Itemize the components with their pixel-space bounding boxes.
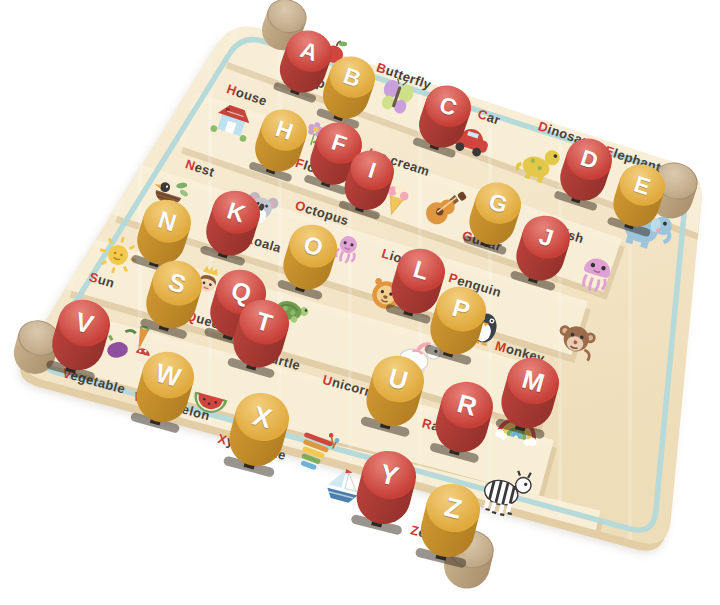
knob-letter: D (577, 144, 601, 175)
knob-letter: H (272, 115, 296, 146)
knob-letter: W (152, 357, 184, 393)
knob-letter: R (454, 388, 480, 423)
knob-letter: I (365, 157, 379, 184)
knob-letter: O (300, 230, 326, 263)
knob-letter: J (536, 221, 557, 252)
knob-letter: C (436, 91, 461, 122)
knob-letter: K (224, 196, 249, 228)
knob-letter: A (297, 35, 322, 66)
knob-letter: V (72, 306, 97, 341)
knob-letter: E (631, 170, 654, 201)
knob-letter: S (165, 266, 190, 299)
knob-letter: L (410, 254, 432, 286)
knob-letter: X (249, 399, 275, 435)
knob-letter: M (519, 363, 548, 399)
knob-letter: P (449, 292, 473, 325)
knob-letter: B (340, 61, 365, 92)
knob-letter: U (385, 362, 411, 397)
alphabet-maze-board-photo: AppleAButterflyBCarCDinosaurDElephantEFl… (0, 0, 720, 605)
knob-letter: G (486, 187, 511, 219)
knob-letter: Y (377, 457, 402, 493)
knob-letter: F (328, 128, 350, 158)
knob-letter: Z (441, 490, 465, 525)
knob-letter: N (155, 205, 180, 237)
knob-letter: T (253, 306, 276, 339)
